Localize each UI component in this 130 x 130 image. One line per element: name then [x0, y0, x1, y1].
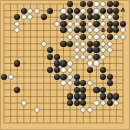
board-cell[interactable]: [21, 87, 28, 94]
board-cell[interactable]: [73, 100, 80, 107]
board-cell[interactable]: [14, 80, 21, 87]
board-cell[interactable]: [40, 21, 47, 28]
board-cell[interactable]: [67, 106, 74, 113]
board-cell[interactable]: [14, 106, 21, 113]
board-cell[interactable]: [14, 113, 21, 120]
board-cell[interactable]: [1, 47, 8, 54]
board-cell[interactable]: [93, 93, 100, 100]
board-cell[interactable]: [47, 73, 54, 80]
board-cell[interactable]: [27, 54, 34, 61]
board-cell[interactable]: [73, 14, 80, 21]
board-cell[interactable]: [40, 113, 47, 120]
board-cell[interactable]: [113, 106, 120, 113]
board-cell[interactable]: [34, 21, 41, 28]
board-cell[interactable]: [80, 27, 87, 34]
board-cell[interactable]: [40, 54, 47, 61]
board-cell[interactable]: [60, 67, 67, 74]
board-cell[interactable]: [47, 113, 54, 120]
board-cell[interactable]: [106, 14, 113, 21]
board-cell[interactable]: [54, 14, 61, 21]
board-cell[interactable]: [80, 113, 87, 120]
board-cell[interactable]: [100, 60, 107, 67]
board-cell[interactable]: [34, 87, 41, 94]
board-cell[interactable]: [106, 120, 113, 127]
board-cell[interactable]: [54, 47, 61, 54]
board-cell[interactable]: [7, 60, 14, 67]
board-cell[interactable]: [73, 93, 80, 100]
board-cell[interactable]: [120, 120, 127, 127]
board-cell[interactable]: [93, 100, 100, 107]
board-cell[interactable]: [21, 47, 28, 54]
board-cell[interactable]: [73, 87, 80, 94]
board-cell[interactable]: [27, 80, 34, 87]
board-cell[interactable]: [106, 73, 113, 80]
board-cell[interactable]: [80, 21, 87, 28]
board-cell[interactable]: [80, 106, 87, 113]
board-cell[interactable]: [87, 60, 94, 67]
board-cell[interactable]: [21, 113, 28, 120]
board-cell[interactable]: [7, 7, 14, 14]
board-cell[interactable]: [27, 106, 34, 113]
board-cell[interactable]: [80, 73, 87, 80]
board-cell[interactable]: [106, 60, 113, 67]
board-cell[interactable]: [113, 73, 120, 80]
board-cell[interactable]: [7, 106, 14, 113]
board-cell[interactable]: [106, 54, 113, 61]
board-cell[interactable]: [14, 60, 21, 67]
board-cell[interactable]: [1, 21, 8, 28]
board-cell[interactable]: [40, 106, 47, 113]
board-cell[interactable]: [73, 67, 80, 74]
board-cell[interactable]: [60, 73, 67, 80]
board-cell[interactable]: [54, 73, 61, 80]
board-cell[interactable]: [21, 106, 28, 113]
board-cell[interactable]: [14, 54, 21, 61]
board-cell[interactable]: [67, 93, 74, 100]
board-cell[interactable]: [40, 47, 47, 54]
board-cell[interactable]: [54, 80, 61, 87]
board-cell[interactable]: [67, 80, 74, 87]
board-cell[interactable]: [34, 7, 41, 14]
board-cell[interactable]: [80, 93, 87, 100]
board-cell[interactable]: [106, 106, 113, 113]
board-cell[interactable]: [40, 100, 47, 107]
board-cell[interactable]: [73, 47, 80, 54]
board-cell[interactable]: [100, 80, 107, 87]
board-cell[interactable]: [100, 40, 107, 47]
board-cell[interactable]: [27, 93, 34, 100]
board-cell[interactable]: [60, 60, 67, 67]
board-cell[interactable]: [87, 120, 94, 127]
board-cell[interactable]: [106, 80, 113, 87]
board-cell[interactable]: [93, 40, 100, 47]
board-cell[interactable]: [40, 14, 47, 21]
board-cell[interactable]: [93, 21, 100, 28]
board-cell[interactable]: [40, 27, 47, 34]
board-cell[interactable]: [73, 21, 80, 28]
board-cell[interactable]: [34, 93, 41, 100]
board-cell[interactable]: [106, 40, 113, 47]
board-cell[interactable]: [106, 67, 113, 74]
board-cell[interactable]: [100, 34, 107, 41]
board-cell[interactable]: [113, 1, 120, 8]
board-cell[interactable]: [120, 106, 127, 113]
board-cell[interactable]: [40, 67, 47, 74]
board-cell[interactable]: [113, 67, 120, 74]
board-cell[interactable]: [47, 54, 54, 61]
board-cell[interactable]: [21, 80, 28, 87]
board-cell[interactable]: [87, 87, 94, 94]
board-cell[interactable]: [14, 34, 21, 41]
board-cell[interactable]: [100, 106, 107, 113]
board-cell[interactable]: [1, 100, 8, 107]
board-cell[interactable]: [47, 21, 54, 28]
board-cell[interactable]: [40, 60, 47, 67]
board-cell[interactable]: [67, 113, 74, 120]
board-cell[interactable]: [14, 21, 21, 28]
board-cell[interactable]: [80, 120, 87, 127]
board-cell[interactable]: [60, 54, 67, 61]
board-cell[interactable]: [1, 120, 8, 127]
board-cell[interactable]: [80, 67, 87, 74]
board-cell[interactable]: [7, 80, 14, 87]
board-cell[interactable]: [80, 54, 87, 61]
board-cell[interactable]: [21, 100, 28, 107]
board-cell[interactable]: [67, 67, 74, 74]
board-cell[interactable]: [80, 1, 87, 8]
board-cell[interactable]: [27, 14, 34, 21]
board-cell[interactable]: [27, 47, 34, 54]
board-cell[interactable]: [113, 87, 120, 94]
board-cell[interactable]: [21, 54, 28, 61]
board-cell[interactable]: [54, 1, 61, 8]
board-cell[interactable]: [67, 73, 74, 80]
board-cell[interactable]: [113, 34, 120, 41]
board-cell[interactable]: [47, 27, 54, 34]
board-cell[interactable]: [106, 113, 113, 120]
board-cell[interactable]: [80, 100, 87, 107]
board-cell[interactable]: [54, 34, 61, 41]
board-cell[interactable]: [87, 113, 94, 120]
board-cell[interactable]: [27, 60, 34, 67]
board-cell[interactable]: [100, 14, 107, 21]
board-cell[interactable]: [113, 40, 120, 47]
board-cell[interactable]: [80, 47, 87, 54]
board-cell[interactable]: [47, 40, 54, 47]
board-cell[interactable]: [34, 14, 41, 21]
board-cell[interactable]: [113, 14, 120, 21]
board-cell[interactable]: [60, 113, 67, 120]
board-cell[interactable]: [106, 93, 113, 100]
board-cell[interactable]: [113, 27, 120, 34]
board-cell[interactable]: [120, 80, 127, 87]
board-cell[interactable]: [54, 120, 61, 127]
board-cell[interactable]: [93, 7, 100, 14]
board-cell[interactable]: [60, 87, 67, 94]
board-cell[interactable]: [7, 67, 14, 74]
board-cell[interactable]: [100, 93, 107, 100]
board-cell[interactable]: [47, 67, 54, 74]
board-cell[interactable]: [106, 47, 113, 54]
board-cell[interactable]: [113, 60, 120, 67]
board-cell[interactable]: [73, 113, 80, 120]
board-cell[interactable]: [120, 100, 127, 107]
board-cell[interactable]: [40, 80, 47, 87]
board-cell[interactable]: [27, 120, 34, 127]
board-cell[interactable]: [87, 7, 94, 14]
board-cell[interactable]: [7, 73, 14, 80]
board-cell[interactable]: [14, 87, 21, 94]
board-cell[interactable]: [7, 47, 14, 54]
board-cell[interactable]: [100, 7, 107, 14]
board-cell[interactable]: [47, 7, 54, 14]
board-cell[interactable]: [80, 7, 87, 14]
board-cell[interactable]: [27, 100, 34, 107]
board-cell[interactable]: [27, 67, 34, 74]
board-cell[interactable]: [87, 80, 94, 87]
board-cell[interactable]: [1, 113, 8, 120]
board-cell[interactable]: [7, 120, 14, 127]
board-cell[interactable]: [1, 54, 8, 61]
board-cell[interactable]: [54, 40, 61, 47]
board-cell[interactable]: [40, 93, 47, 100]
board-cell[interactable]: B: [100, 27, 107, 34]
board-cell[interactable]: [67, 40, 74, 47]
board-cell[interactable]: [120, 93, 127, 100]
board-cell[interactable]: [14, 93, 21, 100]
board-cell[interactable]: [60, 93, 67, 100]
board-cell[interactable]: [67, 7, 74, 14]
board-cell[interactable]: [7, 14, 14, 21]
board-cell[interactable]: [113, 47, 120, 54]
board-cell[interactable]: [87, 40, 94, 47]
board-cell[interactable]: [54, 54, 61, 61]
board-cell[interactable]: [27, 7, 34, 14]
board-cell[interactable]: [60, 14, 67, 21]
board-cell[interactable]: [1, 34, 8, 41]
board-cell[interactable]: [14, 100, 21, 107]
board-cell[interactable]: [14, 7, 21, 14]
board-cell[interactable]: [93, 54, 100, 61]
board-cell[interactable]: [47, 1, 54, 8]
board-cell[interactable]: [1, 1, 8, 8]
board-cell[interactable]: [34, 54, 41, 61]
board-cell[interactable]: [27, 34, 34, 41]
board-cell[interactable]: [60, 7, 67, 14]
board-cell[interactable]: [93, 67, 100, 74]
board-cell[interactable]: [1, 87, 8, 94]
board-cell[interactable]: [106, 87, 113, 94]
board-cell[interactable]: [34, 80, 41, 87]
board-cell[interactable]: [7, 87, 14, 94]
board-cell[interactable]: [34, 40, 41, 47]
board-cell[interactable]: [120, 113, 127, 120]
board-cell[interactable]: [73, 73, 80, 80]
board-cell[interactable]: [100, 113, 107, 120]
board-cell[interactable]: [21, 21, 28, 28]
board-cell[interactable]: [34, 60, 41, 67]
board-cell[interactable]: [40, 7, 47, 14]
board-cell[interactable]: [1, 67, 8, 74]
board-cell[interactable]: [113, 54, 120, 61]
board-cell[interactable]: [87, 67, 94, 74]
board-cell[interactable]: [54, 100, 61, 107]
board-cell[interactable]: [40, 73, 47, 80]
board-cell[interactable]: [47, 87, 54, 94]
board-cell[interactable]: [113, 21, 120, 28]
board-cell[interactable]: [21, 60, 28, 67]
board-cell[interactable]: [54, 106, 61, 113]
board-cell[interactable]: [54, 87, 61, 94]
board-cell[interactable]: [100, 67, 107, 74]
board-cell[interactable]: [34, 34, 41, 41]
board-cell[interactable]: [120, 27, 127, 34]
board-cell[interactable]: [87, 100, 94, 107]
board-cell[interactable]: [60, 21, 67, 28]
board-cell[interactable]: [67, 34, 74, 41]
board-cell[interactable]: [54, 7, 61, 14]
board-cell[interactable]: [67, 14, 74, 21]
board-cell[interactable]: [7, 93, 14, 100]
board-cell[interactable]: [27, 1, 34, 8]
board-cell[interactable]: [120, 40, 127, 47]
board-cell[interactable]: [54, 113, 61, 120]
board-cell[interactable]: [14, 67, 21, 74]
board-cell[interactable]: [67, 87, 74, 94]
board-cell[interactable]: [60, 1, 67, 8]
board-cell[interactable]: [93, 14, 100, 21]
board-cell[interactable]: [113, 113, 120, 120]
board-cell[interactable]: [73, 80, 80, 87]
board-cell[interactable]: [47, 80, 54, 87]
board-cell[interactable]: [120, 60, 127, 67]
board-cell[interactable]: [7, 40, 14, 47]
board-cell[interactable]: [100, 73, 107, 80]
board-cell[interactable]: [7, 100, 14, 107]
board-cell[interactable]: [73, 106, 80, 113]
board-cell[interactable]: [14, 1, 21, 8]
board-cell[interactable]: [100, 87, 107, 94]
board-cell[interactable]: [106, 21, 113, 28]
board-cell[interactable]: [27, 73, 34, 80]
board-cell[interactable]: [93, 87, 100, 94]
board-cell[interactable]: [34, 106, 41, 113]
board-cell[interactable]: [120, 21, 127, 28]
board-cell[interactable]: [80, 14, 87, 21]
board-cell[interactable]: [67, 60, 74, 67]
board-cell[interactable]: [106, 1, 113, 8]
board-cell[interactable]: [73, 54, 80, 61]
board-cell[interactable]: [87, 93, 94, 100]
board-cell[interactable]: [60, 106, 67, 113]
board-cell[interactable]: [7, 34, 14, 41]
board-cell[interactable]: [80, 87, 87, 94]
board-cell[interactable]: [100, 1, 107, 8]
board-cell[interactable]: [34, 67, 41, 74]
board-cell[interactable]: [106, 27, 113, 34]
board-cell[interactable]: [1, 80, 8, 87]
board-cell[interactable]: [100, 54, 107, 61]
board-cell[interactable]: [93, 80, 100, 87]
board-cell[interactable]: [93, 27, 100, 34]
board-cell[interactable]: [67, 27, 74, 34]
board-cell[interactable]: [67, 1, 74, 8]
board-cell[interactable]: [106, 7, 113, 14]
board-cell[interactable]: [67, 54, 74, 61]
board-cell[interactable]: [120, 54, 127, 61]
board-cell[interactable]: [60, 40, 67, 47]
board-cell[interactable]: [34, 1, 41, 8]
board-cell[interactable]: [120, 34, 127, 41]
board-cell[interactable]: [80, 60, 87, 67]
board-cell[interactable]: [21, 27, 28, 34]
board-cell[interactable]: [1, 106, 8, 113]
board-cell[interactable]: [34, 73, 41, 80]
board-cell[interactable]: [87, 14, 94, 21]
board-cell[interactable]: [87, 73, 94, 80]
board-cell[interactable]: [67, 21, 74, 28]
board-cell[interactable]: [54, 21, 61, 28]
board-cell[interactable]: [120, 87, 127, 94]
board-cell[interactable]: [1, 27, 8, 34]
board-cell[interactable]: [21, 1, 28, 8]
board-cell[interactable]: [40, 1, 47, 8]
board-cell[interactable]: [34, 120, 41, 127]
board-cell[interactable]: [7, 1, 14, 8]
board-cell[interactable]: [34, 47, 41, 54]
board-cell[interactable]: [21, 93, 28, 100]
board-cell[interactable]: [87, 106, 94, 113]
board-cell[interactable]: [47, 93, 54, 100]
board-cell[interactable]: [27, 40, 34, 47]
board-cell[interactable]: [14, 73, 21, 80]
board-cell[interactable]: [54, 67, 61, 74]
board-cell[interactable]: [73, 120, 80, 127]
board-cell[interactable]: [14, 40, 21, 47]
board-cell[interactable]: [47, 120, 54, 127]
board-cell[interactable]: [14, 47, 21, 54]
board-cell[interactable]: [54, 93, 61, 100]
board-cell[interactable]: [113, 120, 120, 127]
board-cell[interactable]: [7, 27, 14, 34]
board-cell[interactable]: [47, 60, 54, 67]
board-cell[interactable]: [93, 47, 100, 54]
board-cell[interactable]: [87, 47, 94, 54]
board-cell[interactable]: [87, 34, 94, 41]
board-cell[interactable]: [1, 60, 8, 67]
board-cell[interactable]: [7, 54, 14, 61]
board-cell[interactable]: [67, 47, 74, 54]
board-cell[interactable]: [21, 14, 28, 21]
board-cell[interactable]: [93, 113, 100, 120]
board-cell[interactable]: [34, 27, 41, 34]
board-cell[interactable]: [100, 120, 107, 127]
board-cell[interactable]: [1, 40, 8, 47]
board-cell[interactable]: [60, 100, 67, 107]
board-cell[interactable]: [120, 73, 127, 80]
board-cell[interactable]: [113, 93, 120, 100]
board-cell[interactable]: [80, 34, 87, 41]
board-cell[interactable]: [120, 67, 127, 74]
board-cell[interactable]: [93, 73, 100, 80]
board-cell[interactable]: [7, 21, 14, 28]
board-cell[interactable]: [120, 47, 127, 54]
board-cell[interactable]: [73, 1, 80, 8]
board-cell[interactable]: [80, 80, 87, 87]
board-cell[interactable]: [60, 120, 67, 127]
board-cell[interactable]: [87, 54, 94, 61]
board-cell[interactable]: [21, 73, 28, 80]
